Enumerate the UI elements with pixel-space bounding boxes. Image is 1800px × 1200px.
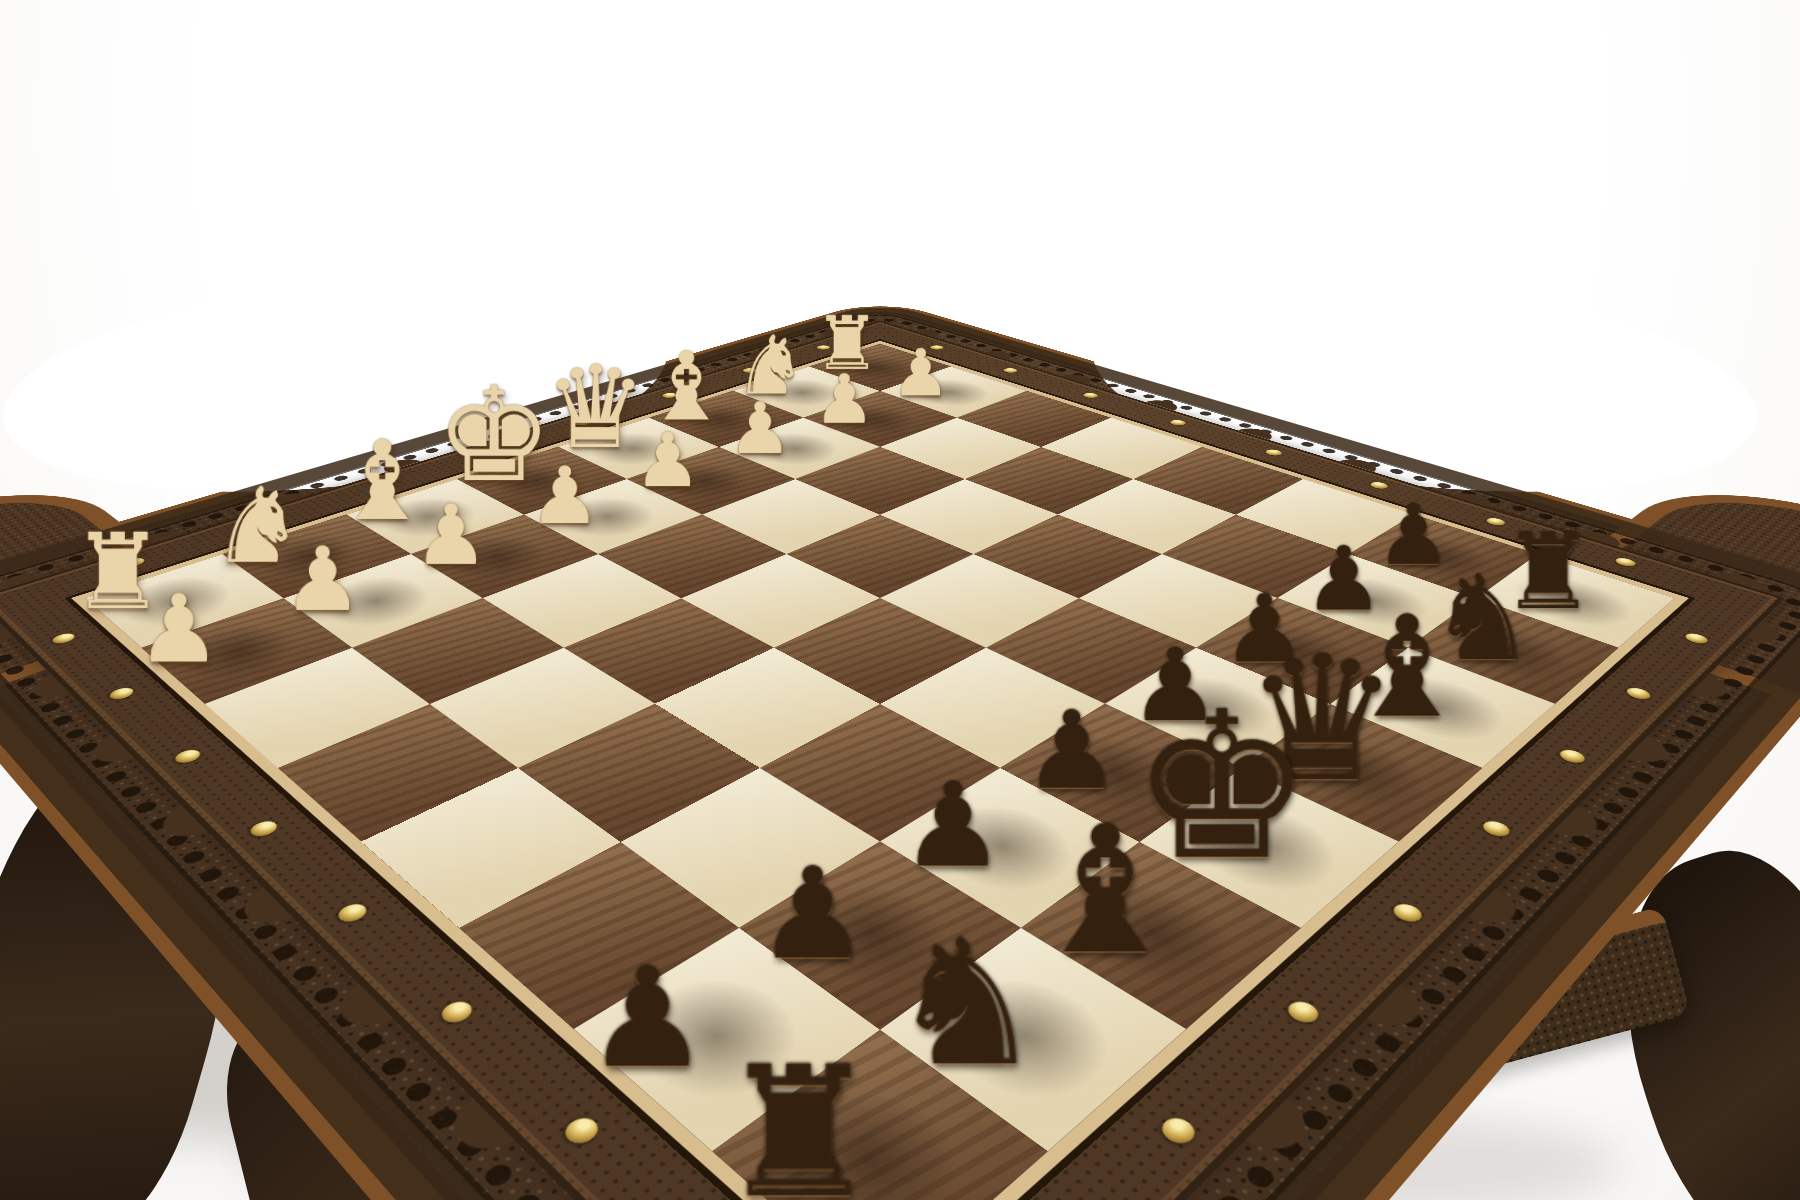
white-pawn[interactable]: ♟ [500,460,629,533]
brass-stud [1624,685,1654,701]
brass-stud [106,685,136,701]
white-pawn[interactable]: ♟ [382,497,518,574]
black-rook[interactable]: ♜ [674,1049,923,1200]
brass-stud [1389,900,1426,925]
square-e5[interactable] [774,598,985,704]
brass-stud [171,747,203,765]
white-pawn[interactable]: ♟ [250,539,394,620]
brass-stud [1283,997,1324,1026]
product-photo-scene: ♜♟♟♜♞♟♟♞♝♟♟♝♛♟♟♛♚♟♟♚♝♟♟♝♞♟♟♞♜♟♟♜ [0,0,1800,1200]
brass-stud [436,997,477,1026]
brass-stud [246,818,281,839]
table-3d-assembly: ♜♟♟♜♞♟♟♞♝♟♟♝♛♟♟♛♚♟♟♚♝♟♟♝♞♟♟♞♜♟♟♜ [71,341,1689,1200]
brass-stud [333,900,370,925]
brass-stud [1001,367,1020,373]
brass-stud [1479,818,1514,839]
white-pawn[interactable]: ♟ [101,586,255,672]
